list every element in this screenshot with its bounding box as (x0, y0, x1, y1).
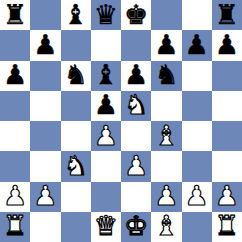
square-g3[interactable] (182, 151, 212, 181)
square-h2[interactable]: ♟ (212, 182, 242, 212)
square-b1[interactable] (30, 212, 60, 242)
square-h8[interactable]: ♜ (212, 0, 242, 30)
square-d4[interactable]: ♟ (91, 121, 121, 151)
square-g1[interactable] (182, 212, 212, 242)
black-bishop-piece[interactable]: ♝ (94, 61, 118, 88)
square-f6[interactable]: ♞ (151, 61, 181, 91)
white-pawn-piece[interactable]: ♟ (33, 182, 57, 209)
square-g8[interactable] (182, 0, 212, 30)
square-f3[interactable] (151, 151, 181, 181)
square-c7[interactable] (61, 30, 91, 60)
chess-board: ♜♝♛♚♜♟♟♟♟♟♞♝♟♞♟♞♟♝♞♟♟♟♟♟♟♜♛♚♝♜ (0, 0, 242, 242)
square-c3[interactable]: ♞ (61, 151, 91, 181)
black-knight-piece[interactable]: ♞ (64, 61, 88, 88)
square-e4[interactable] (121, 121, 151, 151)
square-f8[interactable] (151, 0, 181, 30)
square-d3[interactable] (91, 151, 121, 181)
white-bishop-piece[interactable]: ♝ (154, 212, 178, 239)
square-b8[interactable] (30, 0, 60, 30)
square-f7[interactable]: ♟ (151, 30, 181, 60)
square-g4[interactable] (182, 121, 212, 151)
white-pawn-piece[interactable]: ♟ (185, 182, 209, 209)
square-d5[interactable]: ♟ (91, 91, 121, 121)
square-e3[interactable]: ♟ (121, 151, 151, 181)
square-h3[interactable] (212, 151, 242, 181)
black-pawn-piece[interactable]: ♟ (3, 61, 27, 88)
black-pawn-piece[interactable]: ♟ (185, 31, 209, 58)
black-pawn-piece[interactable]: ♟ (33, 31, 57, 58)
square-c6[interactable]: ♞ (61, 61, 91, 91)
square-h7[interactable]: ♟ (212, 30, 242, 60)
white-pawn-piece[interactable]: ♟ (124, 152, 148, 179)
square-h6[interactable] (212, 61, 242, 91)
square-b7[interactable]: ♟ (30, 30, 60, 60)
white-knight-piece[interactable]: ♞ (124, 91, 148, 118)
square-b4[interactable] (30, 121, 60, 151)
black-knight-piece[interactable]: ♞ (154, 61, 178, 88)
square-e6[interactable]: ♟ (121, 61, 151, 91)
white-queen-piece[interactable]: ♛ (94, 212, 118, 239)
square-a8[interactable]: ♜ (0, 0, 30, 30)
square-b5[interactable] (30, 91, 60, 121)
square-g7[interactable]: ♟ (182, 30, 212, 60)
square-a5[interactable] (0, 91, 30, 121)
black-rook-piece[interactable]: ♜ (215, 1, 239, 28)
black-queen-piece[interactable]: ♛ (94, 1, 118, 28)
square-d1[interactable]: ♛ (91, 212, 121, 242)
white-pawn-piece[interactable]: ♟ (3, 182, 27, 209)
square-d7[interactable] (91, 30, 121, 60)
white-bishop-piece[interactable]: ♝ (154, 122, 178, 149)
square-e8[interactable]: ♚ (121, 0, 151, 30)
square-h4[interactable] (212, 121, 242, 151)
black-pawn-piece[interactable]: ♟ (124, 61, 148, 88)
square-g2[interactable]: ♟ (182, 182, 212, 212)
square-a7[interactable] (0, 30, 30, 60)
square-a2[interactable]: ♟ (0, 182, 30, 212)
square-d6[interactable]: ♝ (91, 61, 121, 91)
black-pawn-piece[interactable]: ♟ (94, 91, 118, 118)
square-a4[interactable] (0, 121, 30, 151)
black-pawn-piece[interactable]: ♟ (215, 31, 239, 58)
black-pawn-piece[interactable]: ♟ (154, 31, 178, 58)
square-h5[interactable] (212, 91, 242, 121)
square-g6[interactable] (182, 61, 212, 91)
white-king-piece[interactable]: ♚ (124, 212, 148, 239)
square-f4[interactable]: ♝ (151, 121, 181, 151)
square-f2[interactable]: ♟ (151, 182, 181, 212)
square-c5[interactable] (61, 91, 91, 121)
square-h1[interactable]: ♜ (212, 212, 242, 242)
black-rook-piece[interactable]: ♜ (3, 1, 27, 28)
square-c8[interactable]: ♝ (61, 0, 91, 30)
square-d2[interactable] (91, 182, 121, 212)
white-rook-piece[interactable]: ♜ (215, 212, 239, 239)
square-e2[interactable] (121, 182, 151, 212)
square-g5[interactable] (182, 91, 212, 121)
square-f5[interactable] (151, 91, 181, 121)
square-a3[interactable] (0, 151, 30, 181)
white-pawn-piece[interactable]: ♟ (215, 182, 239, 209)
square-e7[interactable] (121, 30, 151, 60)
white-pawn-piece[interactable]: ♟ (154, 182, 178, 209)
square-a6[interactable]: ♟ (0, 61, 30, 91)
white-knight-piece[interactable]: ♞ (64, 152, 88, 179)
square-b3[interactable] (30, 151, 60, 181)
square-d8[interactable]: ♛ (91, 0, 121, 30)
square-c4[interactable] (61, 121, 91, 151)
black-king-piece[interactable]: ♚ (124, 1, 148, 28)
square-a1[interactable]: ♜ (0, 212, 30, 242)
square-c1[interactable] (61, 212, 91, 242)
white-pawn-piece[interactable]: ♟ (94, 122, 118, 149)
white-rook-piece[interactable]: ♜ (3, 212, 27, 239)
black-bishop-piece[interactable]: ♝ (64, 1, 88, 28)
square-b2[interactable]: ♟ (30, 182, 60, 212)
square-e1[interactable]: ♚ (121, 212, 151, 242)
square-b6[interactable] (30, 61, 60, 91)
square-e5[interactable]: ♞ (121, 91, 151, 121)
square-c2[interactable] (61, 182, 91, 212)
square-f1[interactable]: ♝ (151, 212, 181, 242)
